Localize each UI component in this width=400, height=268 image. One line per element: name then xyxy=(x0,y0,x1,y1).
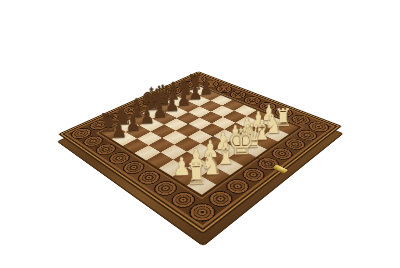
chess-board-assembly: ♜♟♟♜♞♟♟♞♝♟♟♝♛♟♟♛♚♟♟♚♝♟♟♝♞♟♟♞♜♟♟♜ xyxy=(60,72,340,233)
black-pawn[interactable]: ♟ xyxy=(110,119,129,142)
square-e5[interactable] xyxy=(175,124,200,137)
white-rook[interactable]: ♜ xyxy=(185,159,207,189)
product-photo-scene: ♜♟♟♜♞♟♟♞♝♟♟♝♛♟♟♛♚♟♟♚♝♟♟♝♞♟♟♞♜♟♟♜ xyxy=(0,0,400,268)
corner-rosette-icon xyxy=(303,119,335,136)
carved-board-frame: ♜♟♟♜♞♟♟♞♝♟♟♝♛♟♟♛♚♟♟♚♝♟♟♝♞♟♟♞♜♟♟♜ xyxy=(60,72,340,233)
corner-rosette-icon xyxy=(65,125,97,142)
